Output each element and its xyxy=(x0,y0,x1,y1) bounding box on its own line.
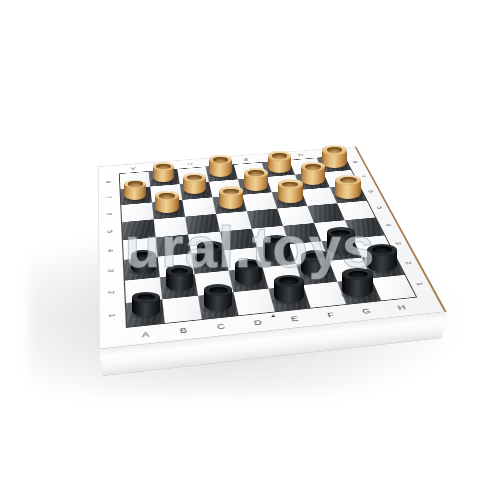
piece-hole xyxy=(213,157,228,162)
dark-piece-g1[interactable] xyxy=(342,268,373,297)
dark-piece-c1[interactable] xyxy=(204,284,232,311)
light-piece-e7[interactable] xyxy=(244,168,268,191)
pieces-layer xyxy=(0,0,500,500)
piece-hole xyxy=(248,170,264,176)
dark-piece-f2[interactable] xyxy=(301,250,330,278)
piece-hole xyxy=(156,164,170,169)
piece-hole xyxy=(272,153,287,159)
dark-piece-d2[interactable] xyxy=(235,259,263,285)
light-piece-h8[interactable] xyxy=(322,145,346,168)
light-piece-f6[interactable] xyxy=(278,179,303,203)
light-piece-f8[interactable] xyxy=(268,151,291,173)
dark-piece-a3[interactable] xyxy=(131,250,156,274)
piece-hole xyxy=(135,252,152,258)
dark-piece-e3[interactable] xyxy=(263,235,290,261)
piece-hole xyxy=(348,271,368,278)
dark-piece-b2[interactable] xyxy=(166,265,193,290)
light-piece-d8[interactable] xyxy=(209,155,232,176)
dark-piece-e1[interactable] xyxy=(274,275,304,303)
light-piece-c7[interactable] xyxy=(183,173,206,195)
light-piece-b8[interactable] xyxy=(153,162,175,183)
piece-hole xyxy=(305,164,321,170)
piece-hole xyxy=(187,175,202,180)
piece-hole xyxy=(327,147,343,153)
light-piece-g7[interactable] xyxy=(301,162,325,185)
light-piece-h6[interactable] xyxy=(335,175,361,199)
piece-hole xyxy=(239,261,257,268)
light-piece-b6[interactable] xyxy=(155,191,178,213)
piece-hole xyxy=(159,193,174,199)
piece-hole xyxy=(128,181,143,186)
dark-piece-g3[interactable] xyxy=(327,227,355,254)
piece-hole xyxy=(209,287,228,294)
scene: ABCDEFGH 87654321 87654321 ABCDEFGH ▼ ▲ … xyxy=(0,0,500,500)
piece-hole xyxy=(279,277,299,284)
light-piece-d6[interactable] xyxy=(219,186,243,209)
light-piece-a7[interactable] xyxy=(124,180,146,201)
dark-piece-c3[interactable] xyxy=(197,241,223,266)
piece-hole xyxy=(202,244,219,250)
piece-hole xyxy=(372,246,392,253)
dark-piece-a1[interactable] xyxy=(132,292,159,318)
piece-hole xyxy=(223,189,239,195)
